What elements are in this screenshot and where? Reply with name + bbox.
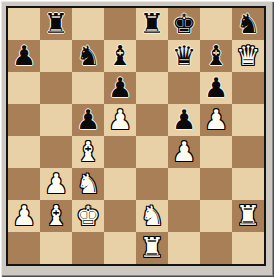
square-c1[interactable] (72, 232, 104, 264)
white-bishop[interactable]: ♝ (44, 200, 68, 232)
square-a6[interactable] (8, 72, 40, 104)
square-f5[interactable]: ♟ (168, 104, 200, 136)
board-frame: ♜♜♚♞♟♞♝♛♝♛♟♟♟♟♟♟♝♟♟♞♟♝♚♞♜♜ (0, 0, 274, 277)
square-c7[interactable]: ♞ (72, 40, 104, 72)
square-d6[interactable]: ♟ (104, 72, 136, 104)
square-d2[interactable] (104, 200, 136, 232)
black-rook[interactable]: ♜ (140, 8, 164, 40)
black-pawn[interactable]: ♟ (172, 104, 196, 136)
square-b6[interactable] (40, 72, 72, 104)
square-d5[interactable]: ♟ (104, 104, 136, 136)
square-h1[interactable] (232, 232, 264, 264)
square-b7[interactable] (40, 40, 72, 72)
square-a3[interactable] (8, 168, 40, 200)
white-queen[interactable]: ♛ (236, 40, 260, 72)
square-e5[interactable] (136, 104, 168, 136)
square-e4[interactable] (136, 136, 168, 168)
square-a1[interactable] (8, 232, 40, 264)
square-h5[interactable] (232, 104, 264, 136)
square-b5[interactable] (40, 104, 72, 136)
black-knight[interactable]: ♞ (76, 40, 100, 72)
black-pawn[interactable]: ♟ (12, 40, 36, 72)
square-b8[interactable]: ♜ (40, 8, 72, 40)
square-c3[interactable]: ♞ (72, 168, 104, 200)
square-b2[interactable]: ♝ (40, 200, 72, 232)
square-g4[interactable] (200, 136, 232, 168)
black-queen[interactable]: ♛ (172, 40, 196, 72)
black-pawn[interactable]: ♟ (108, 72, 132, 104)
square-g7[interactable]: ♝ (200, 40, 232, 72)
square-h7[interactable]: ♛ (232, 40, 264, 72)
white-pawn[interactable]: ♟ (12, 200, 36, 232)
white-knight[interactable]: ♞ (76, 168, 100, 200)
square-a8[interactable] (8, 8, 40, 40)
square-f7[interactable]: ♛ (168, 40, 200, 72)
square-c8[interactable] (72, 8, 104, 40)
square-b4[interactable] (40, 136, 72, 168)
black-knight[interactable]: ♞ (236, 8, 260, 40)
square-b3[interactable]: ♟ (40, 168, 72, 200)
square-a7[interactable]: ♟ (8, 40, 40, 72)
square-h2[interactable]: ♜ (232, 200, 264, 232)
white-rook[interactable]: ♜ (140, 232, 164, 264)
white-pawn[interactable]: ♟ (172, 136, 196, 168)
white-pawn[interactable]: ♟ (204, 104, 228, 136)
square-e6[interactable] (136, 72, 168, 104)
white-pawn[interactable]: ♟ (108, 104, 132, 136)
square-g2[interactable] (200, 200, 232, 232)
black-pawn[interactable]: ♟ (76, 104, 100, 136)
square-a4[interactable] (8, 136, 40, 168)
square-f2[interactable] (168, 200, 200, 232)
square-e3[interactable] (136, 168, 168, 200)
black-king[interactable]: ♚ (172, 8, 196, 40)
square-e7[interactable] (136, 40, 168, 72)
square-h6[interactable] (232, 72, 264, 104)
square-a2[interactable]: ♟ (8, 200, 40, 232)
black-bishop[interactable]: ♝ (204, 40, 228, 72)
black-bishop[interactable]: ♝ (108, 40, 132, 72)
square-e1[interactable]: ♜ (136, 232, 168, 264)
square-e2[interactable]: ♞ (136, 200, 168, 232)
square-g1[interactable] (200, 232, 232, 264)
white-knight[interactable]: ♞ (140, 200, 164, 232)
square-h8[interactable]: ♞ (232, 8, 264, 40)
square-h4[interactable] (232, 136, 264, 168)
square-c4[interactable]: ♝ (72, 136, 104, 168)
square-b1[interactable] (40, 232, 72, 264)
square-d8[interactable] (104, 8, 136, 40)
square-g6[interactable]: ♟ (200, 72, 232, 104)
white-rook[interactable]: ♜ (236, 200, 260, 232)
square-f3[interactable] (168, 168, 200, 200)
chess-board: ♜♜♚♞♟♞♝♛♝♛♟♟♟♟♟♟♝♟♟♞♟♝♚♞♜♜ (6, 6, 266, 266)
square-f4[interactable]: ♟ (168, 136, 200, 168)
square-c6[interactable] (72, 72, 104, 104)
square-f8[interactable]: ♚ (168, 8, 200, 40)
white-pawn[interactable]: ♟ (44, 168, 68, 200)
square-c5[interactable]: ♟ (72, 104, 104, 136)
square-e8[interactable]: ♜ (136, 8, 168, 40)
white-bishop[interactable]: ♝ (76, 136, 100, 168)
square-d4[interactable] (104, 136, 136, 168)
square-d1[interactable] (104, 232, 136, 264)
square-d3[interactable] (104, 168, 136, 200)
square-c2[interactable]: ♚ (72, 200, 104, 232)
black-pawn[interactable]: ♟ (204, 72, 228, 104)
square-h3[interactable] (232, 168, 264, 200)
square-g8[interactable] (200, 8, 232, 40)
square-g5[interactable]: ♟ (200, 104, 232, 136)
square-f1[interactable] (168, 232, 200, 264)
square-d7[interactable]: ♝ (104, 40, 136, 72)
square-f6[interactable] (168, 72, 200, 104)
white-king[interactable]: ♚ (76, 200, 100, 232)
black-rook[interactable]: ♜ (44, 8, 68, 40)
square-a5[interactable] (8, 104, 40, 136)
square-g3[interactable] (200, 168, 232, 200)
